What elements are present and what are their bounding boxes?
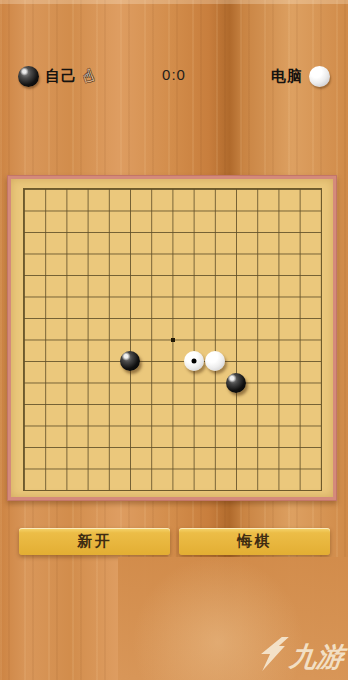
player-white-label: 电脑 — [271, 67, 303, 86]
gomoku-board[interactable] — [11, 179, 333, 497]
watermark: 九游 — [256, 637, 346, 672]
undo-move-button[interactable]: 悔棋 — [179, 528, 330, 555]
status-bar: 自己 ☝ 0:0 电脑 — [0, 64, 348, 88]
nine-game-logo-icon — [256, 637, 290, 671]
stone-black — [226, 373, 246, 393]
stone-white — [184, 351, 204, 371]
player-white-panel: 电脑 — [271, 64, 330, 88]
white-stone-icon — [309, 66, 330, 87]
board-frame — [7, 175, 337, 501]
board-grid[interactable] — [23, 188, 322, 491]
stone-white — [205, 351, 225, 371]
star-point — [171, 338, 175, 342]
watermark-text: 九游 — [288, 642, 345, 672]
app-background: { "game": "Gomoku (五子棋) on 15x15 board, … — [0, 0, 348, 680]
last-move-marker — [191, 359, 196, 364]
new-game-button[interactable]: 新开 — [19, 528, 170, 555]
stone-black — [120, 351, 140, 371]
